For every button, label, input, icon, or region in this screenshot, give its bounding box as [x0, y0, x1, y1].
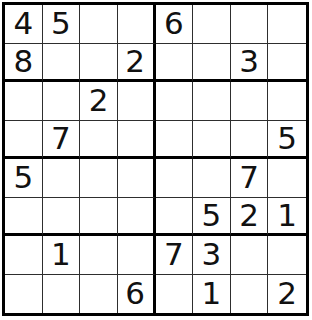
cell-r1c3[interactable]: [80, 5, 118, 44]
cell-r1c8[interactable]: [268, 5, 306, 44]
cell-r8c8[interactable]: 2: [268, 275, 306, 314]
cell-r4c6[interactable]: [193, 121, 231, 160]
cell-r6c6[interactable]: 5: [193, 198, 231, 237]
cell-r7c3[interactable]: [80, 236, 118, 275]
cell-r2c2[interactable]: [43, 44, 81, 83]
cell-r2c8[interactable]: [268, 44, 306, 83]
cell-r4c3[interactable]: [80, 121, 118, 160]
cell-r3c5[interactable]: [156, 82, 194, 121]
cell-r3c8[interactable]: [268, 82, 306, 121]
cell-r8c1[interactable]: [5, 275, 43, 314]
cell-r1c6[interactable]: [193, 5, 231, 44]
cell-r4c2[interactable]: 7: [43, 121, 81, 160]
cell-r6c3[interactable]: [80, 198, 118, 237]
cell-r8c4[interactable]: 6: [118, 275, 156, 314]
sudoku-page: 45682327557521173612: [0, 0, 312, 320]
cell-r3c6[interactable]: [193, 82, 231, 121]
cell-r1c4[interactable]: [118, 5, 156, 44]
cell-r6c5[interactable]: [156, 198, 194, 237]
cell-r5c7[interactable]: 7: [231, 159, 269, 198]
cell-r5c8[interactable]: [268, 159, 306, 198]
cell-r6c8[interactable]: 1: [268, 198, 306, 237]
cell-r7c6[interactable]: 3: [193, 236, 231, 275]
cell-r5c4[interactable]: [118, 159, 156, 198]
cell-r3c3[interactable]: 2: [80, 82, 118, 121]
cell-r1c5[interactable]: 6: [156, 5, 194, 44]
cell-r3c7[interactable]: [231, 82, 269, 121]
cell-r1c1[interactable]: 4: [5, 5, 43, 44]
cell-r6c2[interactable]: [43, 198, 81, 237]
cell-r2c5[interactable]: [156, 44, 194, 83]
cell-r6c7[interactable]: 2: [231, 198, 269, 237]
cell-r7c4[interactable]: [118, 236, 156, 275]
cell-r8c3[interactable]: [80, 275, 118, 314]
cell-r5c6[interactable]: [193, 159, 231, 198]
cell-r5c2[interactable]: [43, 159, 81, 198]
sudoku-board: 45682327557521173612: [2, 2, 309, 316]
cell-r3c4[interactable]: [118, 82, 156, 121]
cell-r7c5[interactable]: 7: [156, 236, 194, 275]
cell-r1c7[interactable]: [231, 5, 269, 44]
cell-r2c4[interactable]: 2: [118, 44, 156, 83]
cell-r7c8[interactable]: [268, 236, 306, 275]
cell-r8c6[interactable]: 1: [193, 275, 231, 314]
cell-r4c8[interactable]: 5: [268, 121, 306, 160]
cell-r2c3[interactable]: [80, 44, 118, 83]
cell-r5c5[interactable]: [156, 159, 194, 198]
cell-r2c6[interactable]: [193, 44, 231, 83]
cell-r1c2[interactable]: 5: [43, 5, 81, 44]
cell-r6c1[interactable]: [5, 198, 43, 237]
cell-r7c7[interactable]: [231, 236, 269, 275]
cell-r4c5[interactable]: [156, 121, 194, 160]
cell-r5c1[interactable]: 5: [5, 159, 43, 198]
cell-r3c2[interactable]: [43, 82, 81, 121]
cell-r2c7[interactable]: 3: [231, 44, 269, 83]
cell-r2c1[interactable]: 8: [5, 44, 43, 83]
cell-r7c1[interactable]: [5, 236, 43, 275]
cell-r7c2[interactable]: 1: [43, 236, 81, 275]
cell-r6c4[interactable]: [118, 198, 156, 237]
cell-r5c3[interactable]: [80, 159, 118, 198]
cell-r4c7[interactable]: [231, 121, 269, 160]
cell-r8c5[interactable]: [156, 275, 194, 314]
cell-r3c1[interactable]: [5, 82, 43, 121]
cell-r4c1[interactable]: [5, 121, 43, 160]
cell-r8c7[interactable]: [231, 275, 269, 314]
cell-r8c2[interactable]: [43, 275, 81, 314]
cell-r4c4[interactable]: [118, 121, 156, 160]
